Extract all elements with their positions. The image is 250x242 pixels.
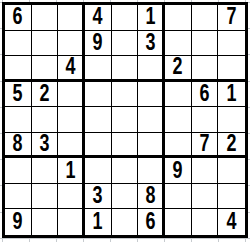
cell-r5c2[interactable] bbox=[32, 107, 59, 133]
given-digit: 7 bbox=[227, 5, 237, 28]
cell-r2c8[interactable] bbox=[192, 31, 219, 57]
cell-r1c4[interactable]: 4 bbox=[85, 5, 112, 31]
cell-r8c9[interactable] bbox=[218, 184, 245, 210]
cell-r7c7[interactable]: 9 bbox=[165, 158, 192, 184]
cell-r3c1[interactable] bbox=[5, 56, 32, 82]
cell-r5c9[interactable] bbox=[218, 107, 245, 133]
cell-r5c6[interactable] bbox=[138, 107, 165, 133]
given-digit: 9 bbox=[13, 210, 23, 233]
cell-r7c8[interactable] bbox=[192, 158, 219, 184]
given-digit: 5 bbox=[13, 82, 23, 105]
given-digit: 1 bbox=[93, 210, 103, 233]
cell-r8c4[interactable]: 3 bbox=[85, 184, 112, 210]
given-digit: 3 bbox=[93, 184, 103, 207]
given-digit: 2 bbox=[173, 56, 183, 78]
cell-r2c3[interactable] bbox=[58, 31, 85, 57]
cell-r9c1[interactable]: 9 bbox=[5, 209, 32, 235]
sudoku-board: 641793425261837219389164 bbox=[2, 2, 248, 238]
given-digit: 4 bbox=[65, 56, 75, 78]
cell-r3c9[interactable] bbox=[218, 56, 245, 82]
cell-r6c4[interactable] bbox=[85, 133, 112, 159]
cell-r4c6[interactable] bbox=[138, 82, 165, 108]
spreadsheet-sheet: 641793425261837219389164 bbox=[0, 0, 250, 242]
given-digit: 9 bbox=[173, 159, 183, 182]
cell-r6c5[interactable] bbox=[112, 133, 139, 159]
cell-r8c1[interactable] bbox=[5, 184, 32, 210]
cell-r7c6[interactable] bbox=[138, 158, 165, 184]
cell-r1c7[interactable] bbox=[165, 5, 192, 31]
cell-r2c1[interactable] bbox=[5, 31, 32, 57]
cell-r3c6[interactable] bbox=[138, 56, 165, 82]
cell-r9c5[interactable] bbox=[112, 209, 139, 235]
cell-r7c3[interactable]: 1 bbox=[58, 158, 85, 184]
cell-r8c5[interactable] bbox=[112, 184, 139, 210]
cell-r1c2[interactable] bbox=[32, 5, 59, 31]
cell-r5c7[interactable] bbox=[165, 107, 192, 133]
cell-r2c4[interactable]: 9 bbox=[85, 31, 112, 57]
cell-r5c1[interactable] bbox=[5, 107, 32, 133]
cell-r5c8[interactable] bbox=[192, 107, 219, 133]
given-digit: 3 bbox=[145, 31, 155, 54]
cell-r3c2[interactable] bbox=[32, 56, 59, 82]
cell-r3c3[interactable]: 4 bbox=[58, 56, 85, 82]
cell-r9c8[interactable] bbox=[192, 209, 219, 235]
cell-r3c5[interactable] bbox=[112, 56, 139, 82]
given-digit: 6 bbox=[200, 82, 210, 105]
cell-r1c8[interactable] bbox=[192, 5, 219, 31]
cell-r8c7[interactable] bbox=[165, 184, 192, 210]
cell-r4c4[interactable] bbox=[85, 82, 112, 108]
cell-r1c9[interactable]: 7 bbox=[218, 5, 245, 31]
cell-r2c6[interactable]: 3 bbox=[138, 31, 165, 57]
cell-r7c9[interactable] bbox=[218, 158, 245, 184]
given-digit: 8 bbox=[145, 184, 155, 207]
cell-r6c7[interactable] bbox=[165, 133, 192, 159]
given-digit: 4 bbox=[227, 210, 237, 233]
given-digit: 9 bbox=[93, 31, 103, 54]
cell-r3c4[interactable] bbox=[85, 56, 112, 82]
given-digit: 1 bbox=[65, 159, 75, 182]
cell-r6c3[interactable] bbox=[58, 133, 85, 159]
cell-r6c6[interactable] bbox=[138, 133, 165, 159]
given-digit: 4 bbox=[93, 5, 103, 28]
cell-r9c7[interactable] bbox=[165, 209, 192, 235]
cell-r6c1[interactable]: 8 bbox=[5, 133, 32, 159]
cell-r4c8[interactable]: 6 bbox=[192, 82, 219, 108]
given-digit: 3 bbox=[40, 133, 50, 155]
cell-r6c2[interactable]: 3 bbox=[32, 133, 59, 159]
cell-r9c6[interactable]: 6 bbox=[138, 209, 165, 235]
cell-r5c5[interactable] bbox=[112, 107, 139, 133]
cell-r7c4[interactable] bbox=[85, 158, 112, 184]
cell-r8c2[interactable] bbox=[32, 184, 59, 210]
cell-r7c1[interactable] bbox=[5, 158, 32, 184]
given-digit: 6 bbox=[145, 210, 155, 233]
cell-r7c5[interactable] bbox=[112, 158, 139, 184]
given-digit: 8 bbox=[13, 133, 23, 155]
cell-r2c7[interactable] bbox=[165, 31, 192, 57]
cell-r3c7[interactable]: 2 bbox=[165, 56, 192, 82]
cell-r4c1[interactable]: 5 bbox=[5, 82, 32, 108]
cell-r9c3[interactable] bbox=[58, 209, 85, 235]
cell-r1c3[interactable] bbox=[58, 5, 85, 31]
given-digit: 6 bbox=[13, 5, 23, 28]
cell-r3c8[interactable] bbox=[192, 56, 219, 82]
cell-r5c3[interactable] bbox=[58, 107, 85, 133]
given-digit: 1 bbox=[227, 82, 237, 105]
cell-r2c5[interactable] bbox=[112, 31, 139, 57]
cell-r4c9[interactable]: 1 bbox=[218, 82, 245, 108]
cell-r1c6[interactable]: 1 bbox=[138, 5, 165, 31]
cell-r4c3[interactable] bbox=[58, 82, 85, 108]
cell-r8c6[interactable]: 8 bbox=[138, 184, 165, 210]
cell-r1c5[interactable] bbox=[112, 5, 139, 31]
cell-r4c5[interactable] bbox=[112, 82, 139, 108]
given-digit: 2 bbox=[40, 82, 50, 105]
cell-r4c7[interactable] bbox=[165, 82, 192, 108]
cell-r9c2[interactable] bbox=[32, 209, 59, 235]
cell-r9c4[interactable]: 1 bbox=[85, 209, 112, 235]
cell-r5c4[interactable] bbox=[85, 107, 112, 133]
cell-r7c2[interactable] bbox=[32, 158, 59, 184]
given-digit: 1 bbox=[145, 5, 155, 28]
given-digit: 2 bbox=[227, 133, 237, 155]
cell-r4c2[interactable]: 2 bbox=[32, 82, 59, 108]
cell-r6c9[interactable]: 2 bbox=[218, 133, 245, 159]
cell-r8c8[interactable] bbox=[192, 184, 219, 210]
cell-r9c9[interactable]: 4 bbox=[218, 209, 245, 235]
cell-r1c1[interactable]: 6 bbox=[5, 5, 32, 31]
cell-r2c9[interactable] bbox=[218, 31, 245, 57]
cell-r6c8[interactable]: 7 bbox=[192, 133, 219, 159]
given-digit: 7 bbox=[200, 133, 210, 155]
cell-r2c2[interactable] bbox=[32, 31, 59, 57]
cell-r8c3[interactable] bbox=[58, 184, 85, 210]
